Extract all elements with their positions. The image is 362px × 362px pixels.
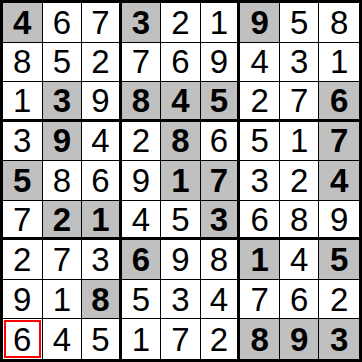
cell-r3c9[interactable]: 6 [319,82,359,122]
cell-r6c1[interactable]: 7 [3,201,43,241]
cell-r6c7[interactable]: 6 [240,201,280,241]
cell-r9c3[interactable]: 5 [82,319,122,359]
cell-r5c8[interactable]: 2 [280,161,320,201]
cell-r2c6[interactable]: 9 [201,43,241,83]
cell-r1c6[interactable]: 1 [201,3,241,43]
cell-r4c4[interactable]: 2 [122,122,162,162]
cell-r3c3[interactable]: 9 [82,82,122,122]
cell-r2c5[interactable]: 6 [161,43,201,83]
cell-r1c2[interactable]: 6 [43,3,83,43]
cell-r8c7[interactable]: 7 [240,280,280,320]
cell-r6c3[interactable]: 1 [82,201,122,241]
cell-r3c4[interactable]: 8 [122,82,162,122]
cell-r4c2[interactable]: 9 [43,122,83,162]
cell-r7c1[interactable]: 2 [3,240,43,280]
cell-r8c5[interactable]: 3 [161,280,201,320]
cell-r8c4[interactable]: 5 [122,280,162,320]
cell-r1c9[interactable]: 8 [319,3,359,43]
cell-r8c9[interactable]: 2 [319,280,359,320]
cell-r4c7[interactable]: 5 [240,122,280,162]
cell-r1c3[interactable]: 7 [82,3,122,43]
cell-r7c5[interactable]: 9 [161,240,201,280]
cell-r9c8[interactable]: 9 [280,319,320,359]
cell-r9c2[interactable]: 4 [43,319,83,359]
cell-r8c1[interactable]: 9 [3,280,43,320]
cell-r1c5[interactable]: 2 [161,3,201,43]
cell-r4c6[interactable]: 6 [201,122,241,162]
cell-r7c4[interactable]: 6 [122,240,162,280]
cell-r6c8[interactable]: 8 [280,201,320,241]
cell-r7c3[interactable]: 3 [82,240,122,280]
cell-r9c1[interactable]: 6 [3,319,43,359]
cell-r3c2[interactable]: 3 [43,82,83,122]
cell-r8c2[interactable]: 1 [43,280,83,320]
cell-r1c8[interactable]: 5 [280,3,320,43]
cell-r5c6[interactable]: 7 [201,161,241,201]
cell-r7c7[interactable]: 1 [240,240,280,280]
cell-r7c6[interactable]: 8 [201,240,241,280]
cell-r6c6[interactable]: 3 [201,201,241,241]
cell-r5c3[interactable]: 6 [82,161,122,201]
cell-r2c1[interactable]: 8 [3,43,43,83]
cell-r4c8[interactable]: 1 [280,122,320,162]
cell-r9c7[interactable]: 8 [240,319,280,359]
cell-r7c2[interactable]: 7 [43,240,83,280]
cell-r4c3[interactable]: 4 [82,122,122,162]
cell-r9c6[interactable]: 2 [201,319,241,359]
cell-r6c9[interactable]: 9 [319,201,359,241]
cell-r3c8[interactable]: 7 [280,82,320,122]
cell-r3c5[interactable]: 4 [161,82,201,122]
cell-r4c5[interactable]: 8 [161,122,201,162]
cell-r6c5[interactable]: 5 [161,201,201,241]
cell-r8c6[interactable]: 4 [201,280,241,320]
cell-r2c9[interactable]: 1 [319,43,359,83]
cell-r5c2[interactable]: 8 [43,161,83,201]
cell-r3c7[interactable]: 2 [240,82,280,122]
cell-r8c8[interactable]: 6 [280,280,320,320]
cell-r3c1[interactable]: 1 [3,82,43,122]
cell-r1c4[interactable]: 3 [122,3,162,43]
sudoku-board: 4673219588527694311398452763942865175869… [0,0,362,362]
cell-r2c2[interactable]: 5 [43,43,83,83]
cell-r1c1[interactable]: 4 [3,3,43,43]
cell-r5c4[interactable]: 9 [122,161,162,201]
cell-r6c2[interactable]: 2 [43,201,83,241]
cell-r7c9[interactable]: 5 [319,240,359,280]
cell-r9c5[interactable]: 7 [161,319,201,359]
cell-r8c3[interactable]: 8 [82,280,122,320]
cell-r7c8[interactable]: 4 [280,240,320,280]
cell-r2c4[interactable]: 7 [122,43,162,83]
cell-r5c5[interactable]: 1 [161,161,201,201]
cell-r2c8[interactable]: 3 [280,43,320,83]
cell-r1c7[interactable]: 9 [240,3,280,43]
cell-r9c4[interactable]: 1 [122,319,162,359]
cell-r4c1[interactable]: 3 [3,122,43,162]
cell-r2c3[interactable]: 2 [82,43,122,83]
cell-r2c7[interactable]: 4 [240,43,280,83]
cell-r3c6[interactable]: 5 [201,82,241,122]
cell-r4c9[interactable]: 7 [319,122,359,162]
cell-r5c7[interactable]: 3 [240,161,280,201]
cell-r6c4[interactable]: 4 [122,201,162,241]
cell-r9c9[interactable]: 3 [319,319,359,359]
cell-r5c9[interactable]: 4 [319,161,359,201]
cell-r5c1[interactable]: 5 [3,161,43,201]
